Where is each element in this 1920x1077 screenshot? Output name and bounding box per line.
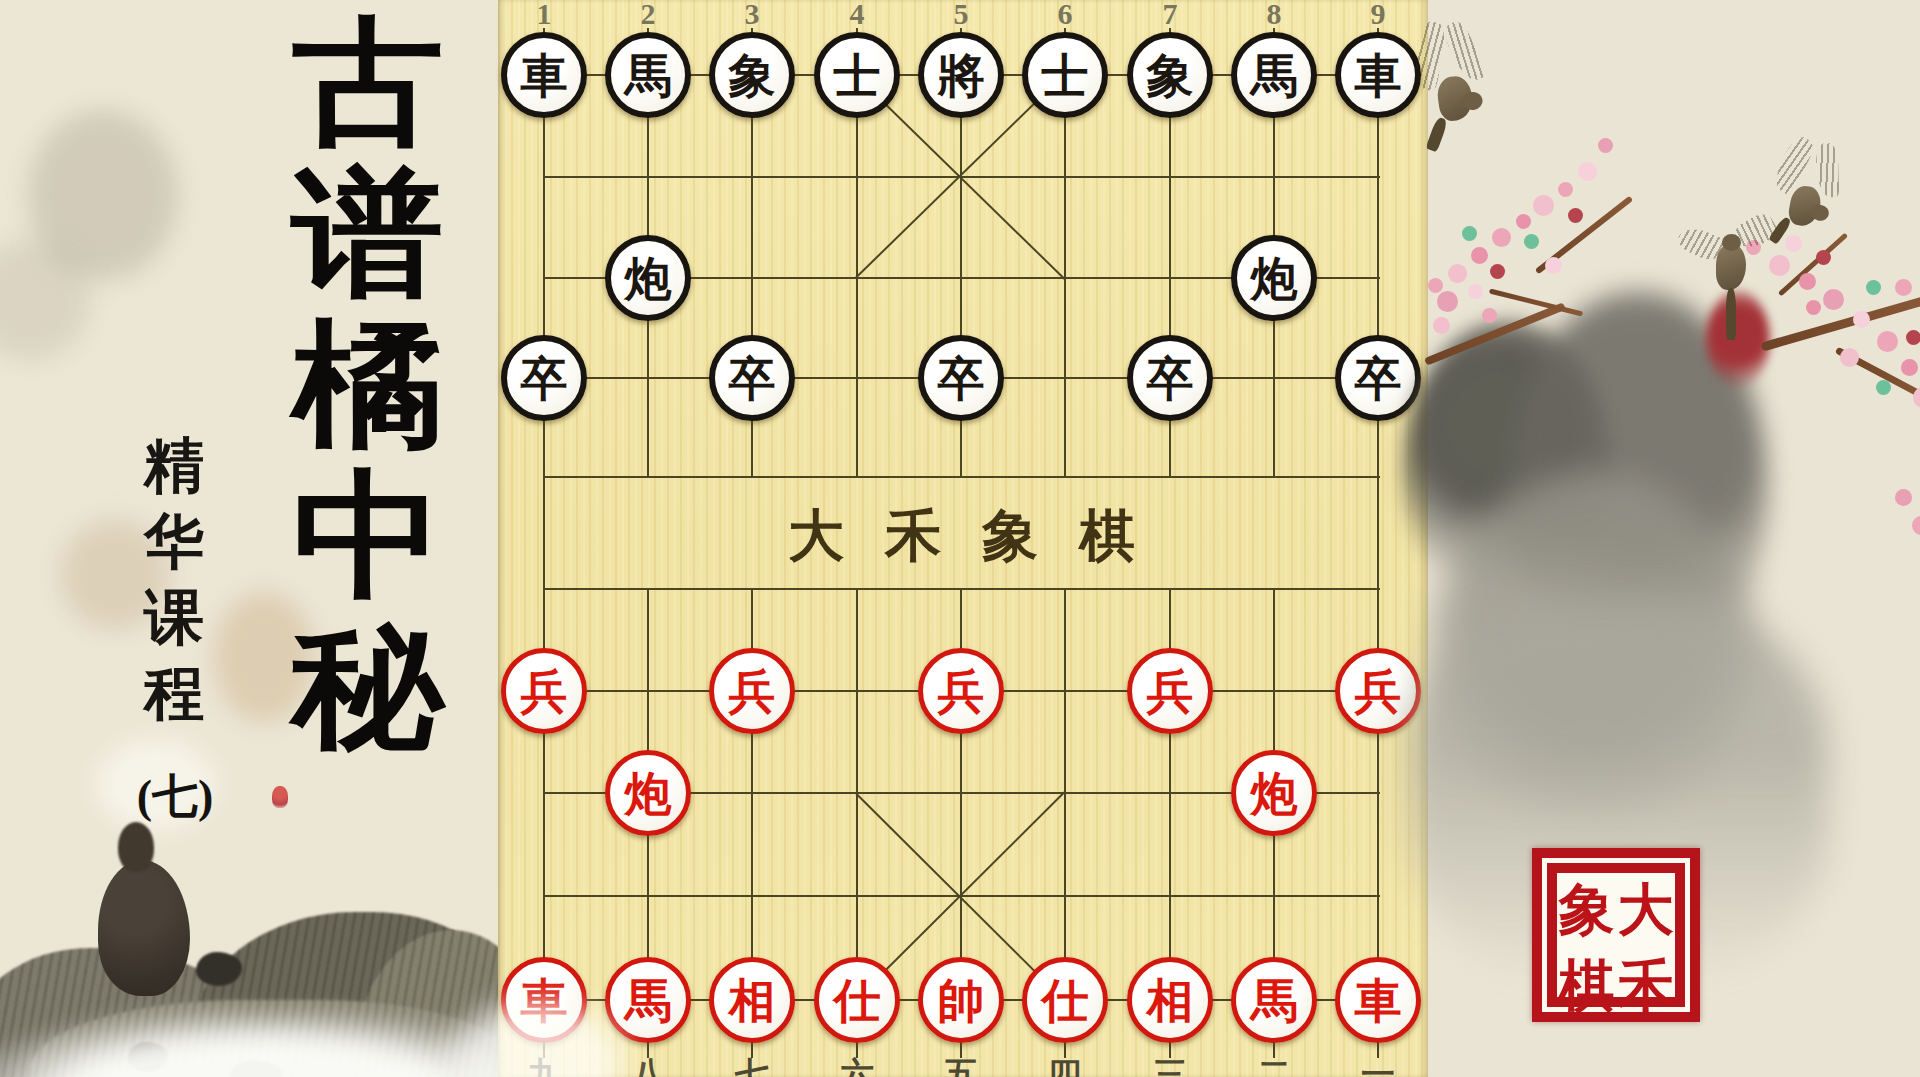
file-number-top: 7 xyxy=(1163,0,1178,31)
seal-char-top-left: 象 xyxy=(1557,873,1616,949)
file-number-top: 1 xyxy=(537,0,552,31)
black-piece-卒[interactable]: 卒 xyxy=(709,335,795,421)
video-frame: 古谱橘中秘 精华课程 (七) 大禾象棋 123456789 九八七六五四三二一 … xyxy=(0,0,1920,1077)
seated-figure xyxy=(98,860,190,996)
piece-glyph: 炮 xyxy=(1251,770,1298,817)
piece-glyph: 馬 xyxy=(1251,52,1298,99)
blossom-branch xyxy=(1835,347,1920,405)
piece-glyph: 炮 xyxy=(1251,255,1298,302)
piece-glyph: 卒 xyxy=(1355,355,1402,402)
red-piece-車[interactable]: 車 xyxy=(1335,957,1421,1043)
black-piece-士[interactable]: 士 xyxy=(814,32,900,118)
piece-glyph: 象 xyxy=(1147,52,1194,99)
piece-glyph: 象 xyxy=(729,52,776,99)
piece-glyph: 卒 xyxy=(521,355,568,402)
black-piece-炮[interactable]: 炮 xyxy=(605,235,691,321)
lesson-title-vertical: 古谱橘中秘 xyxy=(236,6,500,761)
black-piece-卒[interactable]: 卒 xyxy=(918,335,1004,421)
small-red-figurine xyxy=(272,786,288,808)
river-brand-char: 棋 xyxy=(1079,499,1135,575)
title-char: 古 xyxy=(236,6,500,157)
piece-glyph: 車 xyxy=(1355,52,1402,99)
mist-over-board xyxy=(438,990,638,1077)
file-label-bottom: 六 xyxy=(840,1052,874,1077)
blossom-branch xyxy=(1535,196,1633,275)
piece-glyph: 仕 xyxy=(1042,977,1089,1024)
piece-glyph: 士 xyxy=(834,52,881,99)
board-vline xyxy=(543,28,545,1058)
seated-figure-head xyxy=(118,822,154,872)
black-piece-馬[interactable]: 馬 xyxy=(1231,32,1317,118)
sparrow-bird xyxy=(1403,12,1510,153)
file-label-bottom: 一 xyxy=(1361,1052,1395,1077)
piece-glyph: 兵 xyxy=(1147,668,1194,715)
board-hline xyxy=(544,476,1380,478)
subtitle-char: 程 xyxy=(118,656,230,732)
red-piece-仕[interactable]: 仕 xyxy=(814,957,900,1043)
black-piece-卒[interactable]: 卒 xyxy=(1335,335,1421,421)
piece-glyph: 卒 xyxy=(729,355,776,402)
red-piece-帥[interactable]: 帥 xyxy=(918,957,1004,1043)
title-char: 中 xyxy=(236,459,500,610)
board-hline xyxy=(544,588,1380,590)
red-piece-兵[interactable]: 兵 xyxy=(918,648,1004,734)
file-number-top: 8 xyxy=(1267,0,1282,31)
piece-glyph: 卒 xyxy=(938,355,985,402)
volume-label: (七) xyxy=(108,766,242,828)
file-label-bottom: 四 xyxy=(1048,1052,1082,1077)
lesson-subtitle-vertical: 精华课程 xyxy=(118,428,230,732)
piece-glyph: 馬 xyxy=(625,52,672,99)
river-brand-char: 禾 xyxy=(885,499,941,575)
red-piece-兵[interactable]: 兵 xyxy=(1335,648,1421,734)
piece-glyph: 兵 xyxy=(1355,668,1402,715)
title-char: 橘 xyxy=(236,308,500,459)
piece-glyph: 兵 xyxy=(938,668,985,715)
sparrow-bird xyxy=(1763,133,1871,257)
piece-glyph: 卒 xyxy=(1147,355,1194,402)
subtitle-char: 课 xyxy=(118,580,230,656)
piece-glyph: 車 xyxy=(521,52,568,99)
black-piece-卒[interactable]: 卒 xyxy=(501,335,587,421)
piece-glyph: 將 xyxy=(938,52,985,99)
piece-glyph: 士 xyxy=(1042,52,1089,99)
file-number-top: 2 xyxy=(641,0,656,31)
river-brand-char: 象 xyxy=(982,499,1038,575)
subtitle-char: 华 xyxy=(118,504,230,580)
piece-glyph: 仕 xyxy=(834,977,881,1024)
subtitle-char: 精 xyxy=(118,428,230,504)
red-piece-馬[interactable]: 馬 xyxy=(1231,957,1317,1043)
file-label-bottom: 五 xyxy=(944,1052,978,1077)
piece-glyph: 帥 xyxy=(938,977,985,1024)
piece-glyph: 相 xyxy=(729,977,776,1024)
seal-char-top-right: 大 xyxy=(1616,873,1675,949)
black-piece-車[interactable]: 車 xyxy=(501,32,587,118)
file-number-top: 9 xyxy=(1371,0,1386,31)
piece-glyph: 兵 xyxy=(521,668,568,715)
blossom-cluster xyxy=(1428,278,1443,293)
black-piece-馬[interactable]: 馬 xyxy=(605,32,691,118)
file-label-bottom: 二 xyxy=(1257,1052,1291,1077)
red-piece-仕[interactable]: 仕 xyxy=(1022,957,1108,1043)
black-piece-象[interactable]: 象 xyxy=(1127,32,1213,118)
red-piece-相[interactable]: 相 xyxy=(709,957,795,1043)
xiangqi-board: 大禾象棋 123456789 九八七六五四三二一 車馬象士將士象馬車炮炮卒卒卒卒… xyxy=(498,0,1428,1077)
left-title-panel: 古谱橘中秘 精华课程 (七) xyxy=(0,0,498,1077)
piece-glyph: 兵 xyxy=(729,668,776,715)
seal-char-bottom-left: 棋 xyxy=(1557,949,1616,1025)
red-piece-兵[interactable]: 兵 xyxy=(1127,648,1213,734)
right-art-panel: 象 大 棋 禾 xyxy=(1428,0,1920,1077)
piece-glyph: 炮 xyxy=(625,770,672,817)
black-piece-士[interactable]: 士 xyxy=(1022,32,1108,118)
red-piece-相[interactable]: 相 xyxy=(1127,957,1213,1043)
file-label-bottom: 三 xyxy=(1153,1052,1187,1077)
piece-glyph: 相 xyxy=(1147,977,1194,1024)
file-number-top: 6 xyxy=(1058,0,1073,31)
file-number-top: 5 xyxy=(954,0,969,31)
red-piece-兵[interactable]: 兵 xyxy=(709,648,795,734)
piece-glyph: 炮 xyxy=(625,255,672,302)
red-piece-炮[interactable]: 炮 xyxy=(1231,750,1317,836)
file-number-top: 4 xyxy=(850,0,865,31)
piece-glyph: 車 xyxy=(1355,977,1402,1024)
black-piece-炮[interactable]: 炮 xyxy=(1231,235,1317,321)
brand-seal: 象 大 棋 禾 xyxy=(1532,848,1700,1022)
black-piece-將[interactable]: 將 xyxy=(918,32,1004,118)
seal-char-bottom-right: 禾 xyxy=(1616,949,1675,1025)
file-label-bottom: 七 xyxy=(735,1052,769,1077)
black-piece-卒[interactable]: 卒 xyxy=(1127,335,1213,421)
red-piece-兵[interactable]: 兵 xyxy=(501,648,587,734)
title-char: 谱 xyxy=(236,157,500,308)
river-brand-char: 大 xyxy=(788,499,844,575)
black-piece-象[interactable]: 象 xyxy=(709,32,795,118)
board-vline xyxy=(1377,28,1379,1058)
title-char: 秘 xyxy=(236,610,500,761)
red-piece-炮[interactable]: 炮 xyxy=(605,750,691,836)
piece-glyph: 馬 xyxy=(1251,977,1298,1024)
file-number-top: 3 xyxy=(745,0,760,31)
